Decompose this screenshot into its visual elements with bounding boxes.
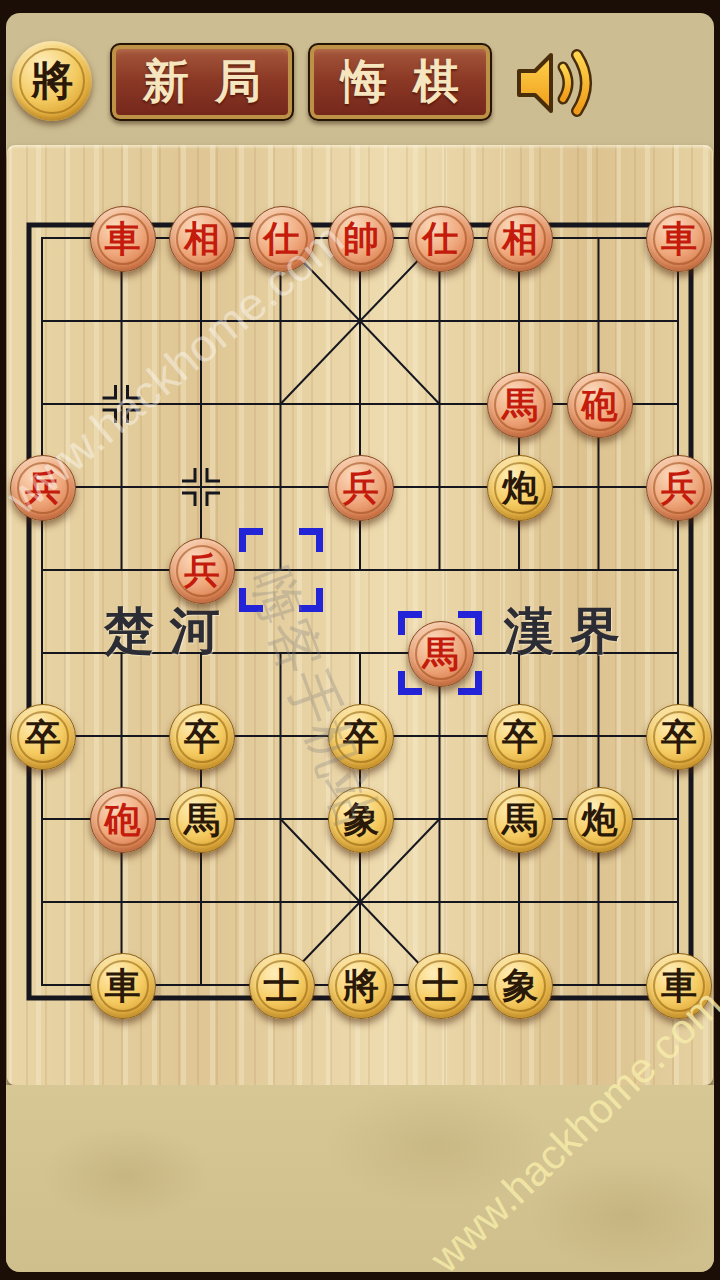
header-bar: 將 新局 悔棋 <box>6 13 714 145</box>
undo-move-label: 悔棋 <box>315 51 485 113</box>
red-piece-馬-6-2[interactable]: 馬 <box>487 372 553 438</box>
speaker-on-icon[interactable] <box>511 43 601 123</box>
black-piece-卒-2-6[interactable]: 卒 <box>169 704 235 770</box>
black-piece-象-4-7[interactable]: 象 <box>328 787 394 853</box>
footer-panel <box>6 1085 714 1272</box>
xiangqi-app-screen: 將 新局 悔棋 楚河 <box>0 0 720 1280</box>
river-label-right: 漢界 <box>504 598 636 665</box>
black-piece-卒-0-6[interactable]: 卒 <box>10 704 76 770</box>
red-piece-兵-8-3[interactable]: 兵 <box>646 455 712 521</box>
red-piece-帥-4-0[interactable]: 帥 <box>328 206 394 272</box>
logo-char: 將 <box>31 53 73 109</box>
black-piece-卒-8-6[interactable]: 卒 <box>646 704 712 770</box>
black-piece-將-4-9[interactable]: 將 <box>328 953 394 1019</box>
red-piece-兵-2-4[interactable]: 兵 <box>169 538 235 604</box>
river-label-left: 楚河 <box>104 598 236 665</box>
red-piece-兵-4-3[interactable]: 兵 <box>328 455 394 521</box>
red-piece-砲-1-7[interactable]: 砲 <box>90 787 156 853</box>
red-piece-砲-7-2[interactable]: 砲 <box>567 372 633 438</box>
general-piece-logo: 將 <box>12 41 92 121</box>
red-piece-仕-5-0[interactable]: 仕 <box>408 206 474 272</box>
red-piece-車-1-0[interactable]: 車 <box>90 206 156 272</box>
undo-move-button[interactable]: 悔棋 <box>308 43 492 121</box>
red-piece-車-8-0[interactable]: 車 <box>646 206 712 272</box>
red-piece-仕-3-0[interactable]: 仕 <box>249 206 315 272</box>
black-piece-炮-6-3[interactable]: 炮 <box>487 455 553 521</box>
black-piece-士-3-9[interactable]: 士 <box>249 953 315 1019</box>
black-piece-車-8-9[interactable]: 車 <box>646 953 712 1019</box>
black-piece-卒-6-6[interactable]: 卒 <box>487 704 553 770</box>
red-piece-兵-0-3[interactable]: 兵 <box>10 455 76 521</box>
new-game-button[interactable]: 新局 <box>110 43 294 121</box>
black-piece-炮-7-7[interactable]: 炮 <box>567 787 633 853</box>
black-piece-馬-2-7[interactable]: 馬 <box>169 787 235 853</box>
new-game-label: 新局 <box>117 51 287 113</box>
app-panel: 將 新局 悔棋 楚河 <box>6 13 714 1272</box>
red-piece-相-6-0[interactable]: 相 <box>487 206 553 272</box>
black-piece-卒-4-6[interactable]: 卒 <box>328 704 394 770</box>
black-piece-馬-6-7[interactable]: 馬 <box>487 787 553 853</box>
red-piece-相-2-0[interactable]: 相 <box>169 206 235 272</box>
black-piece-士-5-9[interactable]: 士 <box>408 953 474 1019</box>
black-piece-車-1-9[interactable]: 車 <box>90 953 156 1019</box>
red-piece-馬-5-5[interactable]: 馬 <box>408 621 474 687</box>
black-piece-象-6-9[interactable]: 象 <box>487 953 553 1019</box>
